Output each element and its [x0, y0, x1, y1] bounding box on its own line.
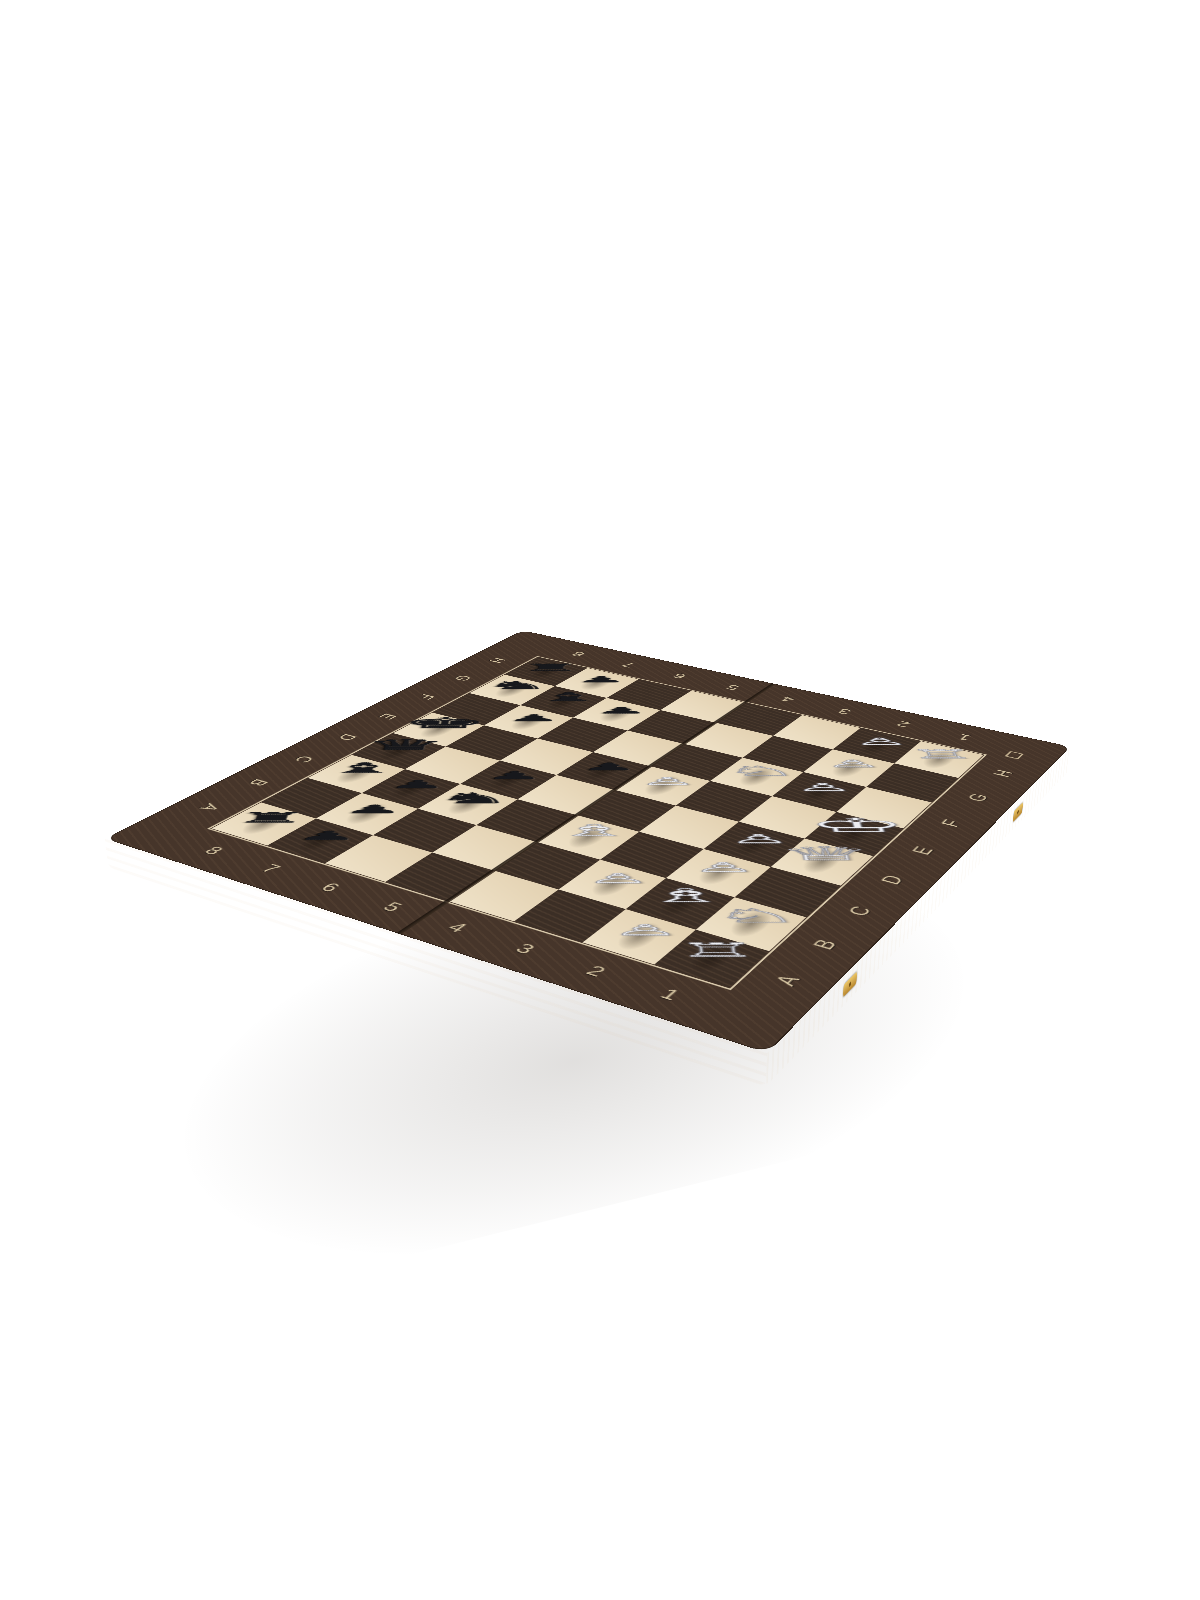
white-pawn-glyph: ♙ [813, 737, 948, 747]
black-pawn-glyph: ♟ [346, 779, 487, 790]
black-king-glyph: ♚ [378, 715, 510, 730]
white-pawn-glyph: ♙ [598, 776, 737, 787]
black-knight-glyph: ♞ [455, 680, 578, 691]
black-bishop-glyph: ♝ [506, 691, 631, 703]
black-queen-glyph: ♛ [337, 737, 473, 752]
chess-board: AABBCCDDEEFFGGHH1122334455667788 ♜♝♛♚♞♜♟… [105, 630, 1071, 1053]
brass-clasp-icon [1013, 802, 1023, 822]
perspective-scene: AABBCCDDEEFFGGHH1122334455667788 ♜♝♛♚♞♜♟… [0, 0, 1200, 1600]
white-pawn-glyph: ♙ [753, 782, 896, 793]
black-bishop-glyph: ♝ [293, 761, 433, 775]
black-rook-glyph: ♜ [491, 663, 611, 673]
product-photo-stage: AABBCCDDEEFFGGHH1122334455667788 ♜♝♛♚♞♜♟… [0, 0, 1200, 1600]
brass-clasp-icon [843, 971, 857, 997]
